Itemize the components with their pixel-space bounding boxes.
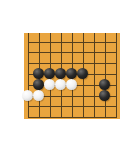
black-stone[interactable]: [77, 68, 88, 79]
go-board[interactable]: [24, 33, 120, 119]
grid-line-vertical: [105, 33, 106, 119]
white-stone[interactable]: [22, 90, 33, 101]
grid-line-vertical: [28, 33, 29, 119]
black-stone[interactable]: [33, 79, 44, 90]
black-stone[interactable]: [66, 68, 77, 79]
black-stone[interactable]: [99, 90, 110, 101]
black-stone[interactable]: [33, 68, 44, 79]
grid-line-horizontal: [28, 117, 117, 118]
white-stone[interactable]: [66, 79, 77, 90]
black-stone[interactable]: [55, 68, 66, 79]
grid-line-horizontal: [28, 63, 117, 64]
page-background: [0, 0, 140, 150]
grid-line-vertical: [116, 33, 117, 119]
black-stone[interactable]: [99, 79, 110, 90]
white-stone[interactable]: [33, 90, 44, 101]
grid-line-horizontal: [28, 52, 117, 53]
white-stone[interactable]: [55, 79, 66, 90]
white-stone[interactable]: [44, 79, 55, 90]
grid-line-horizontal: [28, 106, 117, 107]
grid-line-horizontal: [28, 42, 117, 43]
grid-line-vertical: [94, 33, 95, 119]
black-stone[interactable]: [44, 68, 55, 79]
